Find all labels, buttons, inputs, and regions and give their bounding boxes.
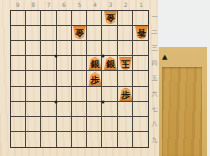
square-6-1[interactable] xyxy=(57,11,72,26)
piece-glyph: 玉 xyxy=(121,58,130,67)
square-6-3[interactable] xyxy=(57,41,72,56)
square-9-3[interactable] xyxy=(11,41,26,56)
komadai-header: ▲ xyxy=(159,47,207,67)
star-point xyxy=(101,55,104,58)
square-7-9[interactable] xyxy=(41,132,56,147)
square-8-4[interactable] xyxy=(26,56,41,71)
square-8-6[interactable] xyxy=(26,87,41,102)
square-3-7[interactable] xyxy=(102,102,117,117)
square-4-9[interactable] xyxy=(87,132,102,147)
square-3-5[interactable] xyxy=(102,71,117,86)
piece-glyph: 銀 xyxy=(106,60,115,69)
square-2-1[interactable] xyxy=(118,11,133,26)
square-9-5[interactable] xyxy=(11,71,26,86)
square-7-4[interactable] xyxy=(41,56,56,71)
square-6-6[interactable] xyxy=(57,87,72,102)
square-1-8[interactable] xyxy=(133,117,148,132)
piece-glyph: 金 xyxy=(106,12,115,21)
square-3-3[interactable] xyxy=(102,41,117,56)
square-9-2[interactable] xyxy=(11,26,26,41)
square-6-2[interactable] xyxy=(57,26,72,41)
file-label: 8 xyxy=(25,1,40,9)
square-9-4[interactable] xyxy=(11,56,26,71)
square-4-1[interactable] xyxy=(87,11,102,26)
square-4-8[interactable] xyxy=(87,117,102,132)
file-label: 6 xyxy=(56,1,71,9)
square-2-2[interactable] xyxy=(118,26,133,41)
square-7-7[interactable] xyxy=(41,102,56,117)
file-label: 7 xyxy=(41,1,56,9)
piece-glyph: 歩 xyxy=(90,76,99,85)
file-label: 9 xyxy=(10,1,25,9)
file-labels: 987654321 xyxy=(10,1,149,9)
square-9-9[interactable] xyxy=(11,132,26,147)
square-9-1[interactable] xyxy=(11,11,26,26)
square-5-6[interactable] xyxy=(72,87,87,102)
square-4-6[interactable] xyxy=(87,87,102,102)
square-9-6[interactable] xyxy=(11,87,26,102)
square-8-7[interactable] xyxy=(26,102,41,117)
piece-glyph: 銀 xyxy=(90,60,99,69)
square-4-2[interactable] xyxy=(87,26,102,41)
square-2-5[interactable] xyxy=(118,71,133,86)
square-6-7[interactable] xyxy=(57,102,72,117)
square-1-4[interactable] xyxy=(133,56,148,71)
piece-glyph: 香 xyxy=(137,28,146,37)
square-1-6[interactable] xyxy=(133,87,148,102)
square-2-9[interactable] xyxy=(118,132,133,147)
square-8-1[interactable] xyxy=(26,11,41,26)
rank-label: 一 xyxy=(150,10,159,25)
square-5-4[interactable] xyxy=(72,56,87,71)
square-9-8[interactable] xyxy=(11,117,26,132)
shogi-app: 987654321 一二三四五六七八九 金金香銀銀玉歩歩 ▲ xyxy=(0,0,210,156)
komadai-stand xyxy=(162,67,202,156)
star-point xyxy=(101,101,104,104)
square-5-7[interactable] xyxy=(72,102,87,117)
square-6-4[interactable] xyxy=(57,56,72,71)
square-7-1[interactable] xyxy=(41,11,56,26)
file-label: 3 xyxy=(103,1,118,9)
file-label: 5 xyxy=(72,1,87,9)
square-2-8[interactable] xyxy=(118,117,133,132)
square-3-6[interactable] xyxy=(102,87,117,102)
square-4-3[interactable] xyxy=(87,41,102,56)
square-9-7[interactable] xyxy=(11,102,26,117)
square-5-5[interactable] xyxy=(72,71,87,86)
file-label: 2 xyxy=(118,1,133,9)
square-1-3[interactable] xyxy=(133,41,148,56)
square-8-8[interactable] xyxy=(26,117,41,132)
square-7-6[interactable] xyxy=(41,87,56,102)
square-5-9[interactable] xyxy=(72,132,87,147)
square-7-2[interactable] xyxy=(41,26,56,41)
square-5-1[interactable] xyxy=(72,11,87,26)
star-point xyxy=(55,55,58,58)
square-4-7[interactable] xyxy=(87,102,102,117)
square-6-5[interactable] xyxy=(57,71,72,86)
rank-label: 二 xyxy=(150,25,159,40)
sente-marker-icon: ▲ xyxy=(162,54,167,61)
square-2-3[interactable] xyxy=(118,41,133,56)
square-1-5[interactable] xyxy=(133,71,148,86)
square-7-5[interactable] xyxy=(41,71,56,86)
square-8-9[interactable] xyxy=(26,132,41,147)
square-5-8[interactable] xyxy=(72,117,87,132)
square-6-8[interactable] xyxy=(57,117,72,132)
square-2-7[interactable] xyxy=(118,102,133,117)
piece-glyph: 金 xyxy=(75,28,84,37)
square-6-9[interactable] xyxy=(57,132,72,147)
sente-komadai: ▲ xyxy=(158,47,207,156)
square-5-3[interactable] xyxy=(72,41,87,56)
square-1-9[interactable] xyxy=(133,132,148,147)
piece-glyph: 歩 xyxy=(121,91,130,100)
file-label: 1 xyxy=(134,1,149,9)
star-point xyxy=(55,101,58,104)
square-8-5[interactable] xyxy=(26,71,41,86)
square-3-2[interactable] xyxy=(102,26,117,41)
square-8-2[interactable] xyxy=(26,26,41,41)
square-1-1[interactable] xyxy=(133,11,148,26)
shogi-board: 987654321 一二三四五六七八九 金金香銀銀玉歩歩 xyxy=(0,0,158,156)
square-3-8[interactable] xyxy=(102,117,117,132)
square-8-3[interactable] xyxy=(26,41,41,56)
square-7-8[interactable] xyxy=(41,117,56,132)
square-3-9[interactable] xyxy=(102,132,117,147)
file-label: 4 xyxy=(87,1,102,9)
square-1-7[interactable] xyxy=(133,102,148,117)
